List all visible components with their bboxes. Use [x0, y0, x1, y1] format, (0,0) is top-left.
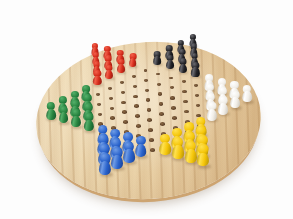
board-hole[interactable] — [171, 106, 176, 109]
board-hole[interactable] — [170, 96, 174, 99]
peg-body — [117, 64, 125, 73]
peg-white[interactable] — [242, 85, 252, 103]
board-hole[interactable] — [160, 122, 165, 126]
peg-body — [123, 149, 135, 162]
peg-body — [46, 109, 56, 120]
peg-red[interactable] — [117, 59, 125, 73]
peg-body — [99, 161, 111, 175]
peg-body — [129, 58, 137, 67]
peg-yellow[interactable] — [197, 144, 210, 166]
board-hole[interactable] — [157, 83, 161, 86]
board-hole[interactable] — [147, 108, 152, 111]
peg-white[interactable] — [206, 102, 217, 121]
board-hole[interactable] — [144, 69, 148, 72]
peg-blue[interactable] — [111, 147, 123, 169]
peg-blue[interactable] — [123, 142, 135, 163]
peg-green[interactable] — [84, 113, 95, 132]
peg-body — [105, 70, 113, 79]
peg-body — [159, 142, 171, 155]
board-hole[interactable] — [133, 85, 137, 88]
board-hole[interactable] — [108, 87, 112, 90]
board-hole[interactable] — [120, 81, 124, 84]
peg-green[interactable] — [59, 106, 69, 124]
peg-body — [179, 64, 187, 73]
board-hole[interactable] — [136, 124, 141, 128]
peg-body — [230, 97, 240, 108]
peg-black[interactable] — [178, 58, 186, 73]
board-hole[interactable] — [145, 89, 149, 92]
peg-body — [185, 149, 197, 163]
board-hole[interactable] — [159, 102, 163, 105]
peg-white[interactable] — [218, 96, 228, 114]
board-hole[interactable] — [149, 138, 154, 142]
peg-yellow[interactable] — [184, 141, 196, 163]
peg-yellow[interactable] — [172, 137, 184, 158]
board-hole[interactable] — [133, 95, 137, 98]
peg-black[interactable] — [166, 55, 174, 69]
peg-body — [191, 67, 199, 77]
board-hole[interactable] — [148, 128, 153, 132]
peg-body — [166, 60, 174, 69]
board-hole[interactable] — [146, 98, 150, 101]
board-hole[interactable] — [134, 104, 138, 107]
peg-body — [197, 153, 209, 167]
board-hole[interactable] — [172, 116, 177, 120]
peg-body — [218, 103, 228, 114]
board-hole[interactable] — [122, 110, 127, 113]
board-hole[interactable] — [110, 116, 115, 119]
peg-yellow[interactable] — [159, 134, 171, 155]
peg-body — [206, 109, 216, 121]
peg-black[interactable] — [191, 62, 200, 77]
peg-green[interactable] — [46, 102, 56, 120]
board-hole[interactable] — [121, 91, 125, 94]
peg-red[interactable] — [93, 70, 102, 85]
board-hole[interactable] — [121, 101, 125, 104]
board-hole[interactable] — [132, 75, 136, 78]
peg-red[interactable] — [105, 65, 113, 80]
peg-body — [93, 76, 101, 86]
peg-body — [84, 120, 94, 132]
board-hole[interactable] — [158, 92, 162, 95]
board-hole[interactable] — [147, 118, 152, 122]
peg-blue[interactable] — [99, 153, 112, 175]
peg-body — [135, 144, 147, 157]
peg-red[interactable] — [129, 53, 137, 67]
peg-body — [172, 145, 184, 158]
peg-body — [242, 91, 252, 102]
product-photo — [0, 0, 293, 219]
board-hole[interactable] — [123, 120, 128, 124]
board-hole[interactable] — [159, 112, 164, 115]
peg-green[interactable] — [71, 109, 81, 127]
peg-body — [59, 112, 69, 123]
peg-body — [111, 155, 123, 169]
peg-blue[interactable] — [135, 136, 147, 157]
board-hole[interactable] — [109, 97, 113, 100]
board-hole[interactable] — [135, 114, 140, 117]
board-hole[interactable] — [150, 148, 155, 152]
peg-body — [71, 116, 81, 127]
board-hole[interactable] — [144, 79, 148, 82]
board-hole[interactable] — [110, 107, 114, 110]
peg-white[interactable] — [230, 91, 240, 109]
peg-black[interactable] — [153, 51, 161, 65]
peg-body — [153, 56, 161, 65]
